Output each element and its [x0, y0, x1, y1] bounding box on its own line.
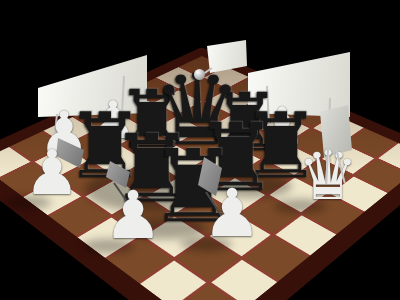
- white-pawn-a4: ♟: [21, 142, 83, 204]
- pieces-overlay: ♛♜♜♜♜♜♜♜♟♟♟♟♟♟♛: [0, 0, 400, 300]
- render-stage: ♛♜♜♜♜♜♜♜♟♟♟♟♟♟♛: [0, 0, 400, 300]
- white-pawn-e3: ♟: [199, 181, 265, 247]
- white-pawn-c3: ♟: [100, 183, 166, 249]
- queen-ball: [194, 69, 205, 80]
